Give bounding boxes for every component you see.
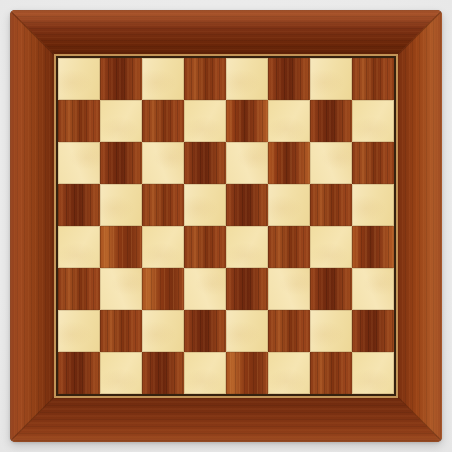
- square-f4: [268, 226, 310, 268]
- square-f6: [268, 142, 310, 184]
- square-b6: [100, 142, 142, 184]
- square-d7: [184, 100, 226, 142]
- square-e7: [226, 100, 268, 142]
- square-c7: [142, 100, 184, 142]
- square-a6: [58, 142, 100, 184]
- square-b5: [100, 184, 142, 226]
- square-d6: [184, 142, 226, 184]
- chess-board: [10, 10, 442, 442]
- square-a4: [58, 226, 100, 268]
- square-f7: [268, 100, 310, 142]
- board-frame-right: [398, 10, 442, 442]
- photo-background: [0, 0, 452, 452]
- board-frame-top: [10, 10, 442, 54]
- square-c8: [142, 58, 184, 100]
- square-g2: [310, 310, 352, 352]
- square-b2: [100, 310, 142, 352]
- square-e2: [226, 310, 268, 352]
- square-a8: [58, 58, 100, 100]
- square-d5: [184, 184, 226, 226]
- square-a5: [58, 184, 100, 226]
- square-c6: [142, 142, 184, 184]
- square-a7: [58, 100, 100, 142]
- square-h2: [352, 310, 394, 352]
- square-c3: [142, 268, 184, 310]
- square-h6: [352, 142, 394, 184]
- square-d8: [184, 58, 226, 100]
- square-a2: [58, 310, 100, 352]
- square-g6: [310, 142, 352, 184]
- square-g4: [310, 226, 352, 268]
- square-e5: [226, 184, 268, 226]
- square-b7: [100, 100, 142, 142]
- square-e1: [226, 352, 268, 394]
- square-d2: [184, 310, 226, 352]
- square-e8: [226, 58, 268, 100]
- square-h4: [352, 226, 394, 268]
- square-f1: [268, 352, 310, 394]
- square-g5: [310, 184, 352, 226]
- square-b8: [100, 58, 142, 100]
- square-h8: [352, 58, 394, 100]
- square-h5: [352, 184, 394, 226]
- board-frame-bottom: [10, 398, 442, 442]
- square-g3: [310, 268, 352, 310]
- square-d1: [184, 352, 226, 394]
- square-d3: [184, 268, 226, 310]
- square-h3: [352, 268, 394, 310]
- square-c2: [142, 310, 184, 352]
- square-g8: [310, 58, 352, 100]
- square-c1: [142, 352, 184, 394]
- square-b1: [100, 352, 142, 394]
- square-h7: [352, 100, 394, 142]
- board-squares: [58, 58, 394, 394]
- square-c5: [142, 184, 184, 226]
- square-h1: [352, 352, 394, 394]
- square-g1: [310, 352, 352, 394]
- square-e3: [226, 268, 268, 310]
- board-frame-left: [10, 10, 54, 442]
- square-e4: [226, 226, 268, 268]
- square-f5: [268, 184, 310, 226]
- square-f2: [268, 310, 310, 352]
- square-e6: [226, 142, 268, 184]
- square-b4: [100, 226, 142, 268]
- square-a3: [58, 268, 100, 310]
- square-a1: [58, 352, 100, 394]
- square-f3: [268, 268, 310, 310]
- square-g7: [310, 100, 352, 142]
- board-inlay-fillet: [56, 56, 396, 396]
- square-c4: [142, 226, 184, 268]
- board-inlay: [54, 54, 398, 398]
- square-f8: [268, 58, 310, 100]
- square-b3: [100, 268, 142, 310]
- square-d4: [184, 226, 226, 268]
